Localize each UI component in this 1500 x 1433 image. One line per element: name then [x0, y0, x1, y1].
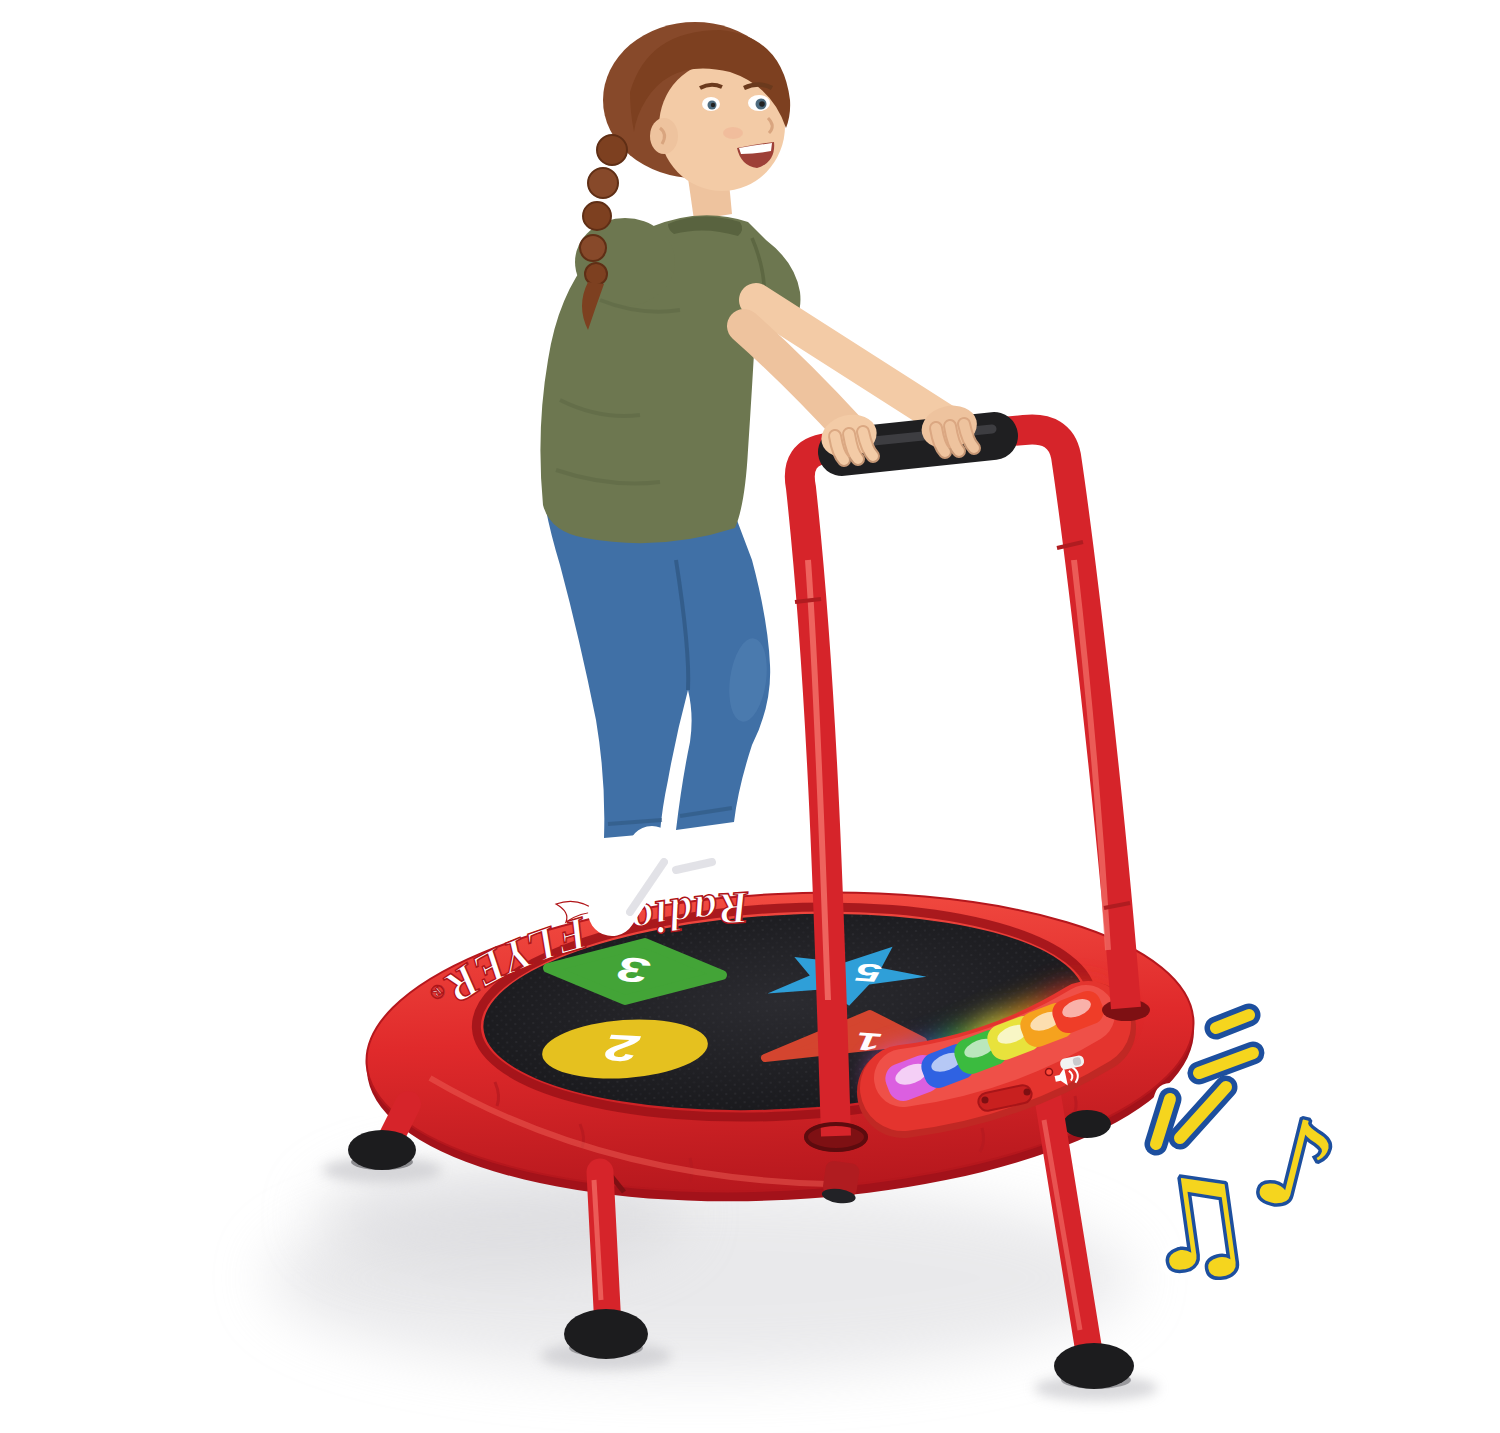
leg-center — [600, 1172, 608, 1328]
screw-right — [1024, 1089, 1031, 1096]
shape-star-number: 5 — [854, 958, 883, 988]
svg-text:♫: ♫ — [1132, 1145, 1262, 1303]
leg-center-foot — [564, 1309, 648, 1359]
shape-square-number: 3 — [615, 949, 652, 991]
cheek-blush — [723, 127, 743, 139]
eighth-note-icon: ♪ ♪ — [1241, 1088, 1349, 1241]
pad-strap — [821, 1160, 860, 1205]
beamed-notes-icon: ♫ ♫ — [1132, 1145, 1262, 1303]
leg-left-foot — [348, 1130, 416, 1170]
product-photo: Radio FLYER ® 3 2 5 1 — [0, 0, 1500, 1433]
indicator-light — [1046, 1069, 1053, 1076]
rear-leg-foot — [1063, 1110, 1111, 1138]
screw-left — [982, 1097, 989, 1104]
svg-text:♪: ♪ — [1241, 1088, 1349, 1241]
leg-right-foot — [1054, 1343, 1134, 1389]
shape-circle-number: 2 — [604, 1026, 642, 1069]
illustration: Radio FLYER ® 3 2 5 1 — [0, 0, 1500, 1433]
